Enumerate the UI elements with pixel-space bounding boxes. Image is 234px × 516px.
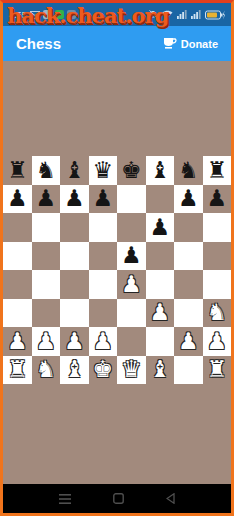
square-a7[interactable]: ♟ (3, 185, 32, 214)
piece-black-bishop: ♝ (64, 159, 85, 182)
piece-black-queen: ♛ (92, 159, 113, 182)
square-g6[interactable] (174, 213, 203, 242)
piece-white-knight: ♞ (206, 301, 227, 324)
square-c5[interactable] (60, 242, 89, 271)
content-area: ♜♞♝♛♚♝♞♜♟♟♟♟♟♟♟♟♟♟♞♟♟♟♟♟♟♜♞♝♚♛♝♜ (3, 61, 231, 484)
square-e6[interactable] (117, 213, 146, 242)
piece-black-pawn: ♟ (206, 187, 227, 210)
square-f5[interactable] (146, 242, 175, 271)
piece-black-knight: ♞ (35, 159, 56, 182)
status-bar: 4:55 (3, 3, 231, 26)
square-e3[interactable] (117, 299, 146, 328)
piece-white-pawn: ♟ (35, 330, 56, 353)
square-g5[interactable] (174, 242, 203, 271)
square-a4[interactable] (3, 270, 32, 299)
square-b6[interactable] (32, 213, 61, 242)
piece-black-knight: ♞ (178, 159, 199, 182)
battery-charging-icon (205, 10, 225, 20)
square-e1[interactable]: ♛ (117, 356, 146, 385)
piece-black-rook: ♜ (206, 159, 227, 182)
square-c7[interactable]: ♟ (60, 185, 89, 214)
square-c6[interactable] (60, 213, 89, 242)
square-e4[interactable]: ♟ (117, 270, 146, 299)
status-time: 4:55 (9, 10, 27, 20)
piece-white-rook: ♜ (7, 358, 28, 381)
square-f2[interactable] (146, 327, 175, 356)
square-g1[interactable] (174, 356, 203, 385)
piece-black-pawn: ♟ (92, 187, 113, 210)
back-icon[interactable] (166, 493, 175, 504)
square-c2[interactable]: ♟ (60, 327, 89, 356)
square-d6[interactable] (89, 213, 118, 242)
square-b2[interactable]: ♟ (32, 327, 61, 356)
square-c3[interactable] (60, 299, 89, 328)
donate-button[interactable]: Donate (163, 37, 218, 50)
square-d2[interactable]: ♟ (89, 327, 118, 356)
phone-screen: hack.cheat.org 4:55 (0, 0, 234, 516)
square-a5[interactable] (3, 242, 32, 271)
square-d8[interactable]: ♛ (89, 156, 118, 185)
square-g4[interactable] (174, 270, 203, 299)
square-f6[interactable]: ♟ (146, 213, 175, 242)
piece-white-pawn: ♟ (121, 273, 142, 296)
piece-white-pawn: ♟ (149, 301, 170, 324)
square-c1[interactable]: ♝ (60, 356, 89, 385)
piece-white-king: ♚ (92, 358, 113, 381)
mail-icon (30, 11, 40, 19)
square-g7[interactable]: ♟ (174, 185, 203, 214)
square-f4[interactable] (146, 270, 175, 299)
square-f3[interactable]: ♟ (146, 299, 175, 328)
piece-white-queen: ♛ (121, 358, 142, 381)
square-a6[interactable] (3, 213, 32, 242)
square-h3[interactable]: ♞ (203, 299, 232, 328)
square-b5[interactable] (32, 242, 61, 271)
square-e8[interactable]: ♚ (117, 156, 146, 185)
chat-notification-icon (55, 10, 64, 19)
square-h1[interactable]: ♜ (203, 356, 232, 385)
piece-white-pawn: ♟ (7, 330, 28, 353)
square-d1[interactable]: ♚ (89, 356, 118, 385)
app-bar: Chess Donate (3, 26, 231, 61)
piece-black-bishop: ♝ (149, 159, 170, 182)
square-d7[interactable]: ♟ (89, 185, 118, 214)
piece-white-pawn: ♟ (92, 330, 113, 353)
square-h8[interactable]: ♜ (203, 156, 232, 185)
chess-board: ♜♞♝♛♚♝♞♜♟♟♟♟♟♟♟♟♟♟♞♟♟♟♟♟♟♜♞♝♚♛♝♜ (3, 156, 231, 384)
misc-notification-icon (67, 10, 76, 19)
piece-white-bishop: ♝ (149, 358, 170, 381)
piece-black-pawn: ♟ (149, 216, 170, 239)
piece-black-pawn: ♟ (64, 187, 85, 210)
square-g2[interactable]: ♟ (174, 327, 203, 356)
square-d5[interactable] (89, 242, 118, 271)
square-f8[interactable]: ♝ (146, 156, 175, 185)
app-notification-icon (43, 10, 52, 19)
square-b4[interactable] (32, 270, 61, 299)
piece-black-king: ♚ (121, 159, 142, 182)
wifi-icon (162, 10, 173, 19)
square-h6[interactable] (203, 213, 232, 242)
piece-white-bishop: ♝ (64, 358, 85, 381)
piece-black-pawn: ♟ (178, 187, 199, 210)
piece-white-rook: ♜ (206, 358, 227, 381)
square-h7[interactable]: ♟ (203, 185, 232, 214)
android-nav-bar (3, 484, 231, 513)
square-b7[interactable]: ♟ (32, 185, 61, 214)
piece-black-rook: ♜ (7, 159, 28, 182)
piece-white-pawn: ♟ (206, 330, 227, 353)
square-f1[interactable]: ♝ (146, 356, 175, 385)
piece-white-pawn: ♟ (64, 330, 85, 353)
square-f7[interactable] (146, 185, 175, 214)
square-e5[interactable]: ♟ (117, 242, 146, 271)
square-h5[interactable] (203, 242, 232, 271)
square-d3[interactable] (89, 299, 118, 328)
square-e7[interactable] (117, 185, 146, 214)
square-h2[interactable]: ♟ (203, 327, 232, 356)
signal-bars-icon (191, 10, 201, 19)
cup-icon (163, 37, 177, 50)
recent-apps-icon[interactable] (59, 494, 71, 504)
square-b8[interactable]: ♞ (32, 156, 61, 185)
status-left: 4:55 (9, 10, 76, 20)
home-icon[interactable] (113, 493, 124, 504)
piece-white-pawn: ♟ (178, 330, 199, 353)
square-c8[interactable]: ♝ (60, 156, 89, 185)
square-b3[interactable] (32, 299, 61, 328)
square-d4[interactable] (89, 270, 118, 299)
square-a1[interactable]: ♜ (3, 356, 32, 385)
piece-black-pawn: ♟ (121, 244, 142, 267)
square-g8[interactable]: ♞ (174, 156, 203, 185)
square-c4[interactable] (60, 270, 89, 299)
mute-bell-icon (148, 10, 158, 20)
status-right (148, 10, 225, 20)
signal-bars-icon (177, 10, 187, 19)
piece-black-pawn: ♟ (35, 187, 56, 210)
donate-label: Donate (181, 38, 218, 50)
square-h4[interactable] (203, 270, 232, 299)
piece-black-pawn: ♟ (7, 187, 28, 210)
square-g3[interactable] (174, 299, 203, 328)
app-title: Chess (16, 35, 61, 52)
square-a2[interactable]: ♟ (3, 327, 32, 356)
square-e2[interactable] (117, 327, 146, 356)
square-a3[interactable] (3, 299, 32, 328)
square-b1[interactable]: ♞ (32, 356, 61, 385)
piece-white-knight: ♞ (35, 358, 56, 381)
square-a8[interactable]: ♜ (3, 156, 32, 185)
